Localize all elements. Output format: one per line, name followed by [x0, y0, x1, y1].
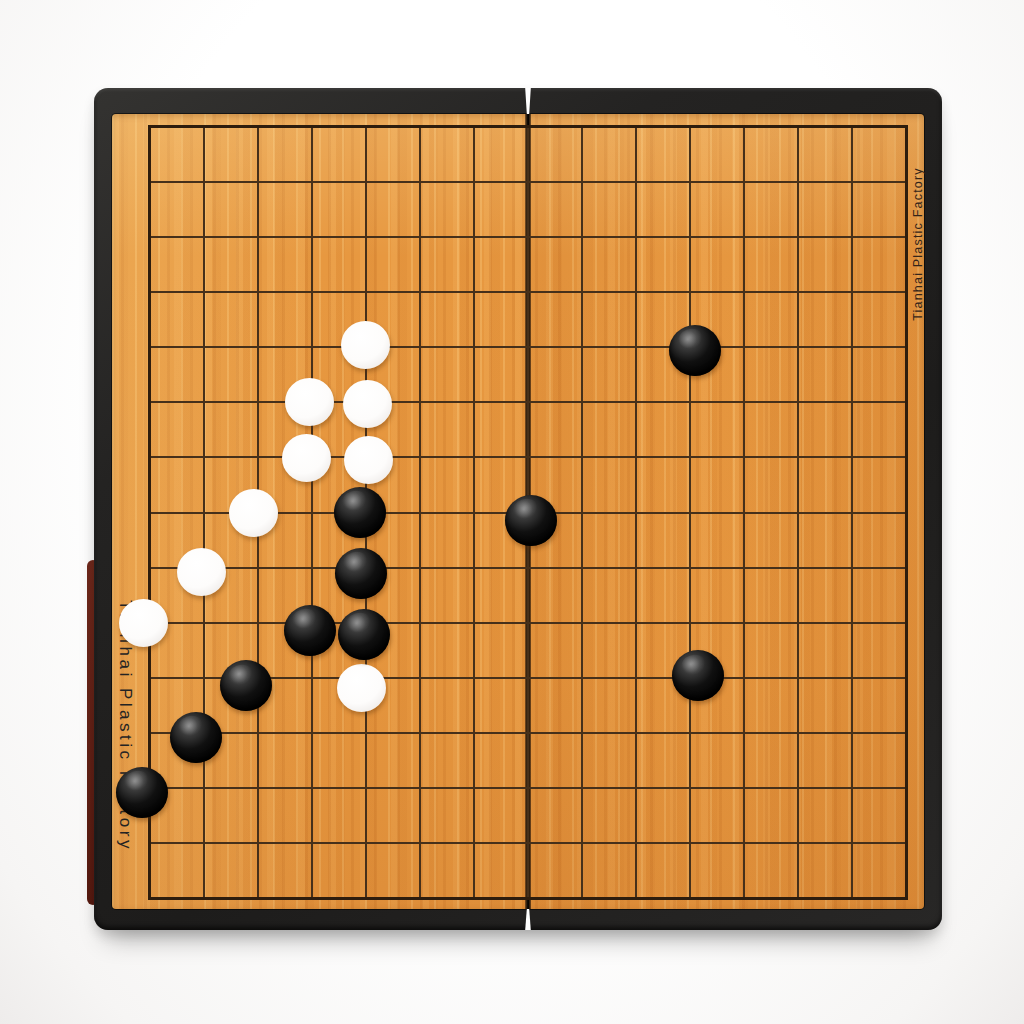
stone-white-col4-row6[interactable] [285, 378, 334, 426]
stone-black-col11-row11[interactable] [672, 650, 724, 701]
stone-white-col3-row8[interactable] [229, 489, 278, 537]
stone-white-col5-row11[interactable] [337, 664, 386, 712]
grid-line-horizontal [151, 732, 905, 734]
stone-black-col2-row12[interactable] [170, 712, 222, 763]
grid-line-vertical [797, 128, 799, 897]
grid-line-vertical [851, 128, 853, 897]
stone-white-col5-row7[interactable] [344, 436, 393, 484]
stone-black-col3-row11[interactable] [220, 660, 272, 711]
stone-black-col4-row10[interactable] [284, 605, 336, 656]
stone-black-col1-row13[interactable] [116, 767, 168, 818]
grid-line-horizontal [151, 842, 905, 844]
stone-black-col11-row5[interactable] [669, 325, 721, 376]
stone-white-col4-row7[interactable] [282, 434, 331, 482]
stone-black-col5-row9[interactable] [335, 548, 387, 599]
stone-white-col5-row5[interactable] [341, 321, 390, 369]
fold-gap-bottom [523, 909, 533, 930]
grid-line-horizontal [151, 622, 905, 624]
stone-black-col8-row8[interactable] [505, 495, 557, 546]
go-grid[interactable] [148, 125, 908, 900]
grid-line-horizontal [151, 787, 905, 789]
product-photo-background: Tianhai Plastic Factory Tianhai Plastic … [0, 0, 1024, 1024]
grid-line-vertical [743, 128, 745, 897]
stone-black-col5-row10[interactable] [338, 609, 390, 660]
stone-white-col1-row10[interactable] [119, 599, 168, 647]
fold-gap-top [523, 88, 533, 114]
grid-line-vertical [635, 128, 637, 897]
grid-line-vertical [689, 128, 691, 897]
stone-white-col2-row9[interactable] [177, 548, 226, 596]
grid-line-horizontal [151, 567, 905, 569]
stone-white-col5-row6[interactable] [343, 380, 392, 428]
go-board: Tianhai Plastic Factory Tianhai Plastic … [94, 88, 942, 930]
grid-line-vertical [581, 128, 583, 897]
stone-black-col5-row8[interactable] [334, 487, 386, 538]
brand-text-right: Tianhai Plastic Factory [911, 154, 925, 334]
